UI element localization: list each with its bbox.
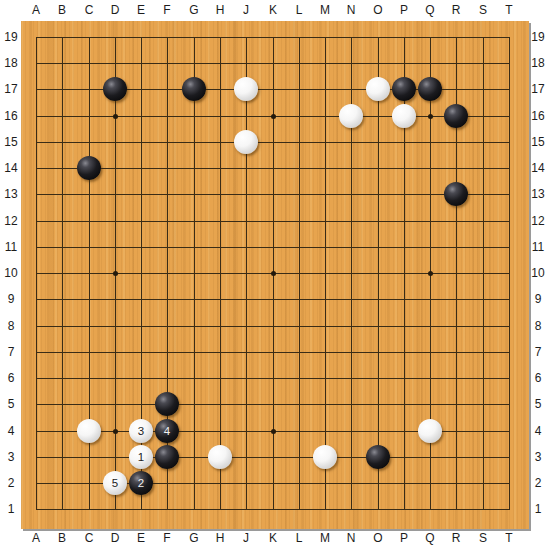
grid-line-vertical (509, 37, 510, 510)
coord-label-bottom-E: E (137, 532, 145, 544)
coord-label-top-Q: Q (425, 4, 434, 16)
coord-label-top-O: O (373, 4, 382, 16)
hoshi-dot-icon (271, 114, 276, 119)
grid-line-horizontal (36, 299, 510, 300)
coord-label-top-T: T (505, 4, 512, 16)
coord-label-right-17: 17 (531, 83, 544, 95)
black-go-stone-icon[interactable] (366, 445, 390, 469)
coord-label-right-12: 12 (531, 215, 544, 227)
coord-label-bottom-S: S (479, 532, 487, 544)
white-go-stone-icon[interactable] (234, 77, 258, 101)
coord-label-bottom-B: B (58, 532, 66, 544)
grid-line-vertical (325, 37, 326, 510)
coord-label-bottom-F: F (163, 532, 170, 544)
coord-label-right-8: 8 (535, 320, 542, 332)
coord-label-right-3: 3 (535, 451, 542, 463)
white-go-stone-icon[interactable]: 5 (103, 471, 127, 495)
white-go-stone-icon[interactable] (366, 77, 390, 101)
coord-label-top-E: E (137, 4, 145, 16)
coord-label-left-9: 9 (8, 293, 15, 305)
white-go-stone-icon[interactable] (418, 419, 442, 443)
coord-label-top-F: F (163, 4, 170, 16)
coord-label-top-J: J (243, 4, 249, 16)
coord-label-bottom-O: O (373, 532, 382, 544)
hoshi-dot-icon (271, 429, 276, 434)
coord-label-right-14: 14 (531, 162, 544, 174)
grid-line-vertical (378, 37, 379, 510)
coord-label-left-18: 18 (4, 57, 17, 69)
coord-label-bottom-C: C (85, 532, 94, 544)
coord-label-left-16: 16 (4, 110, 17, 122)
coord-label-bottom-Q: Q (425, 532, 434, 544)
coord-label-right-18: 18 (531, 57, 544, 69)
coord-label-top-L: L (296, 4, 303, 16)
coord-label-right-11: 11 (532, 241, 544, 253)
coord-label-top-N: N (347, 4, 356, 16)
coord-label-left-5: 5 (8, 398, 15, 410)
black-go-stone-icon[interactable]: 2 (129, 471, 153, 495)
coord-label-bottom-P: P (400, 532, 408, 544)
black-go-stone-icon[interactable] (444, 104, 468, 128)
coord-label-bottom-T: T (505, 532, 512, 544)
coord-label-left-12: 12 (4, 215, 17, 227)
coord-label-right-2: 2 (535, 477, 542, 489)
coord-label-right-4: 4 (535, 425, 542, 437)
coord-label-right-13: 13 (531, 188, 544, 200)
coord-label-left-3: 3 (8, 451, 15, 463)
white-go-stone-icon[interactable] (392, 104, 416, 128)
coord-label-bottom-K: K (269, 532, 277, 544)
coord-label-top-A: A (32, 4, 40, 16)
coord-label-top-M: M (320, 4, 330, 16)
coord-label-right-5: 5 (535, 398, 542, 410)
black-go-stone-icon[interactable] (444, 182, 468, 206)
coord-label-left-7: 7 (8, 346, 15, 358)
white-go-stone-icon[interactable] (313, 445, 337, 469)
coord-label-left-1: 1 (8, 503, 15, 515)
coord-label-top-H: H (216, 4, 225, 16)
coord-label-right-19: 19 (531, 31, 544, 43)
black-go-stone-icon[interactable]: 4 (155, 419, 179, 443)
coord-label-right-7: 7 (535, 346, 542, 358)
move-number-label: 2 (138, 477, 144, 489)
hoshi-dot-icon (113, 429, 118, 434)
coord-label-top-P: P (400, 4, 408, 16)
coord-label-bottom-J: J (243, 532, 249, 544)
grid-line-horizontal (36, 378, 510, 379)
grid-line-horizontal (36, 326, 510, 327)
coord-label-top-D: D (111, 4, 120, 16)
grid-line-horizontal (36, 509, 510, 510)
coord-label-bottom-M: M (320, 532, 330, 544)
coord-label-left-17: 17 (4, 83, 17, 95)
coord-label-bottom-D: D (111, 532, 120, 544)
coord-label-top-R: R (452, 4, 461, 16)
hoshi-dot-icon (271, 271, 276, 276)
coord-label-left-4: 4 (8, 425, 15, 437)
coord-label-right-16: 16 (531, 110, 544, 122)
black-go-stone-icon[interactable] (418, 77, 442, 101)
grid-line-vertical (483, 37, 484, 510)
coord-label-left-10: 10 (4, 267, 17, 279)
coord-label-bottom-R: R (452, 532, 461, 544)
coord-label-top-K: K (269, 4, 277, 16)
coord-label-left-8: 8 (8, 320, 15, 332)
hoshi-dot-icon (113, 114, 118, 119)
coord-label-left-19: 19 (4, 31, 17, 43)
coord-label-right-6: 6 (535, 372, 542, 384)
black-go-stone-icon[interactable] (77, 156, 101, 180)
go-diagram-page: AABBCCDDEEFFGGHHJJKKLLMMNNOOPPQQRRSSTT19… (0, 0, 550, 550)
white-go-stone-icon[interactable]: 3 (129, 419, 153, 443)
grid-line-horizontal (36, 352, 510, 353)
coord-label-top-S: S (479, 4, 487, 16)
black-go-stone-icon[interactable] (392, 77, 416, 101)
coord-label-right-10: 10 (531, 267, 544, 279)
coord-label-right-15: 15 (531, 136, 544, 148)
black-go-stone-icon[interactable] (155, 445, 179, 469)
white-go-stone-icon[interactable] (77, 419, 101, 443)
white-go-stone-icon[interactable]: 1 (129, 445, 153, 469)
move-number-label: 4 (164, 425, 170, 437)
coord-label-top-B: B (58, 4, 66, 16)
hoshi-dot-icon (428, 114, 433, 119)
coord-label-left-2: 2 (8, 477, 15, 489)
grid-line-horizontal (36, 457, 510, 458)
white-go-stone-icon[interactable] (234, 130, 258, 154)
coord-label-top-C: C (85, 4, 94, 16)
coord-label-left-13: 13 (4, 188, 17, 200)
coord-label-bottom-N: N (347, 532, 356, 544)
coord-label-left-14: 14 (4, 162, 17, 174)
coord-label-top-G: G (189, 4, 198, 16)
hoshi-dot-icon (428, 271, 433, 276)
coord-label-left-15: 15 (4, 136, 17, 148)
coord-label-bottom-G: G (189, 532, 198, 544)
coord-label-bottom-A: A (32, 532, 40, 544)
move-number-label: 1 (138, 451, 144, 463)
coord-label-right-1: 1 (535, 503, 542, 515)
black-go-stone-icon[interactable] (103, 77, 127, 101)
move-number-label: 3 (138, 425, 144, 437)
coord-label-right-9: 9 (535, 293, 542, 305)
white-go-stone-icon[interactable] (208, 445, 232, 469)
black-go-stone-icon[interactable] (182, 77, 206, 101)
grid-line-vertical (299, 37, 300, 510)
black-go-stone-icon[interactable] (155, 392, 179, 416)
coord-label-bottom-L: L (296, 532, 303, 544)
white-go-stone-icon[interactable] (339, 104, 363, 128)
move-number-label: 5 (112, 477, 118, 489)
hoshi-dot-icon (113, 271, 118, 276)
coord-label-left-6: 6 (8, 372, 15, 384)
grid-line-horizontal (36, 404, 510, 405)
coord-label-bottom-H: H (216, 532, 225, 544)
coord-label-left-11: 11 (5, 241, 17, 253)
